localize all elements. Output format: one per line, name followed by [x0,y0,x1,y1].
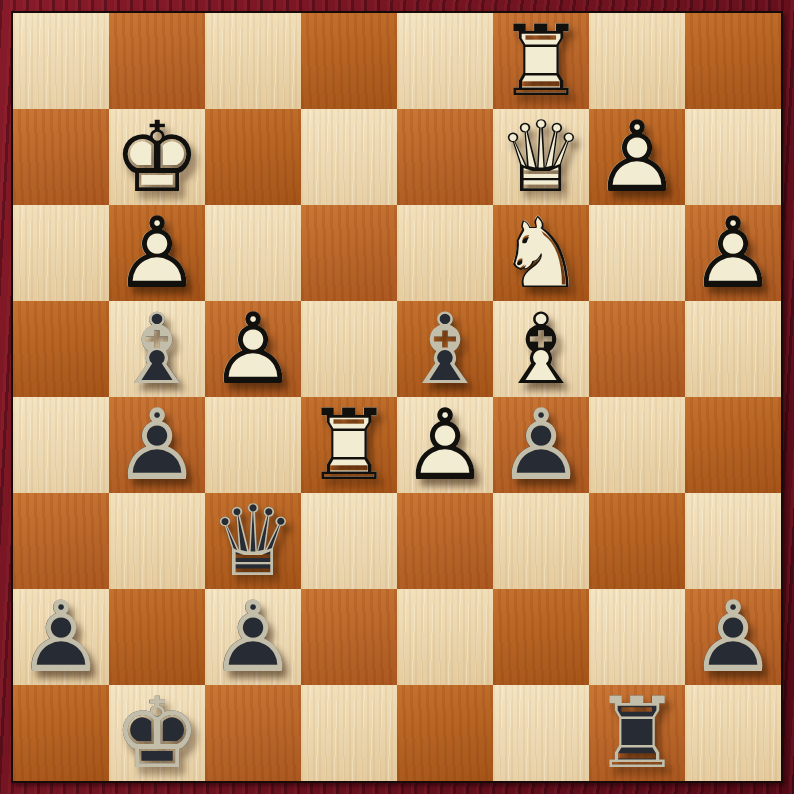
square-b4[interactable]: ♟♙ [109,397,205,493]
piece-white-rook-f8: ♜♖ [493,13,589,109]
board-frame: ♜♖♚♔♛♕♟♙♟♙♞♘♟♙♝♗♟♙♝♗♝♗♟♙♜♖♟♙♟♙♛♕♟♙♟♙♟♙♚♔… [0,0,794,794]
white-pawn-outline-glyph: ♙ [109,205,205,301]
piece-black-king-b1: ♚♔ [109,685,205,781]
square-f8[interactable]: ♜♖ [493,13,589,109]
square-h6[interactable]: ♟♙ [685,205,781,301]
chess-board: ♜♖♚♔♛♕♟♙♟♙♞♘♟♙♝♗♟♙♝♗♝♗♟♙♜♖♟♙♟♙♛♕♟♙♟♙♟♙♚♔… [11,11,783,783]
square-a8[interactable] [13,13,109,109]
square-b8[interactable] [109,13,205,109]
black-bishop-outline-glyph: ♗ [109,301,205,397]
square-a5[interactable] [13,301,109,397]
square-f3[interactable] [493,493,589,589]
square-f7[interactable]: ♛♕ [493,109,589,205]
square-h1[interactable] [685,685,781,781]
square-d6[interactable] [301,205,397,301]
square-b6[interactable]: ♟♙ [109,205,205,301]
square-d7[interactable] [301,109,397,205]
square-f6[interactable]: ♞♘ [493,205,589,301]
black-pawn-outline-glyph: ♙ [205,589,301,685]
piece-white-pawn-c5: ♟♙ [205,301,301,397]
square-c6[interactable] [205,205,301,301]
black-pawn-outline-glyph: ♙ [109,397,205,493]
piece-black-pawn-a2: ♟♙ [13,589,109,685]
square-c3[interactable]: ♛♕ [205,493,301,589]
square-f5[interactable]: ♝♗ [493,301,589,397]
square-g4[interactable] [589,397,685,493]
square-e6[interactable] [397,205,493,301]
piece-black-pawn-c2: ♟♙ [205,589,301,685]
square-b7[interactable]: ♚♔ [109,109,205,205]
square-h7[interactable] [685,109,781,205]
piece-white-queen-f7: ♛♕ [493,109,589,205]
piece-white-pawn-e4: ♟♙ [397,397,493,493]
white-pawn-outline-glyph: ♙ [589,109,685,205]
square-b1[interactable]: ♚♔ [109,685,205,781]
square-a4[interactable] [13,397,109,493]
square-a1[interactable] [13,685,109,781]
square-h3[interactable] [685,493,781,589]
piece-white-king-b7: ♚♔ [109,109,205,205]
white-king-outline-glyph: ♔ [109,109,205,205]
square-d3[interactable] [301,493,397,589]
square-b5[interactable]: ♝♗ [109,301,205,397]
black-pawn-outline-glyph: ♙ [13,589,109,685]
square-g1[interactable]: ♜♖ [589,685,685,781]
square-g6[interactable] [589,205,685,301]
square-e4[interactable]: ♟♙ [397,397,493,493]
piece-white-rook-d4: ♜♖ [301,397,397,493]
square-a6[interactable] [13,205,109,301]
square-e1[interactable] [397,685,493,781]
square-d2[interactable] [301,589,397,685]
piece-black-pawn-b4: ♟♙ [109,397,205,493]
piece-white-pawn-h6: ♟♙ [685,205,781,301]
square-f1[interactable] [493,685,589,781]
piece-white-pawn-g7: ♟♙ [589,109,685,205]
piece-white-pawn-b6: ♟♙ [109,205,205,301]
piece-black-pawn-f4: ♟♙ [493,397,589,493]
white-pawn-outline-glyph: ♙ [205,301,301,397]
square-e7[interactable] [397,109,493,205]
piece-black-bishop-b5: ♝♗ [109,301,205,397]
square-d8[interactable] [301,13,397,109]
square-f2[interactable] [493,589,589,685]
piece-black-bishop-e5: ♝♗ [397,301,493,397]
square-e5[interactable]: ♝♗ [397,301,493,397]
square-a2[interactable]: ♟♙ [13,589,109,685]
black-pawn-outline-glyph: ♙ [685,589,781,685]
square-h2[interactable]: ♟♙ [685,589,781,685]
white-pawn-outline-glyph: ♙ [685,205,781,301]
piece-white-bishop-f5: ♝♗ [493,301,589,397]
square-e2[interactable] [397,589,493,685]
white-pawn-outline-glyph: ♙ [397,397,493,493]
square-d1[interactable] [301,685,397,781]
black-pawn-outline-glyph: ♙ [493,397,589,493]
square-g5[interactable] [589,301,685,397]
square-c5[interactable]: ♟♙ [205,301,301,397]
white-knight-outline-glyph: ♘ [493,205,589,301]
square-e3[interactable] [397,493,493,589]
white-rook-outline-glyph: ♖ [493,13,589,109]
square-a7[interactable] [13,109,109,205]
square-g2[interactable] [589,589,685,685]
square-c8[interactable] [205,13,301,109]
square-d4[interactable]: ♜♖ [301,397,397,493]
white-bishop-outline-glyph: ♗ [493,301,589,397]
black-king-outline-glyph: ♔ [109,685,205,781]
square-g8[interactable] [589,13,685,109]
square-g7[interactable]: ♟♙ [589,109,685,205]
piece-black-rook-g1: ♜♖ [589,685,685,781]
white-queen-outline-glyph: ♕ [493,109,589,205]
piece-white-knight-f6: ♞♘ [493,205,589,301]
square-a3[interactable] [13,493,109,589]
square-c7[interactable] [205,109,301,205]
square-e8[interactable] [397,13,493,109]
square-b3[interactable] [109,493,205,589]
square-h5[interactable] [685,301,781,397]
piece-black-pawn-h2: ♟♙ [685,589,781,685]
square-c4[interactable] [205,397,301,493]
square-b2[interactable] [109,589,205,685]
black-queen-outline-glyph: ♕ [205,493,301,589]
piece-black-queen-c3: ♛♕ [205,493,301,589]
white-rook-outline-glyph: ♖ [301,397,397,493]
square-h8[interactable] [685,13,781,109]
square-h4[interactable] [685,397,781,493]
square-f4[interactable]: ♟♙ [493,397,589,493]
square-g3[interactable] [589,493,685,589]
black-rook-outline-glyph: ♖ [589,685,685,781]
square-c1[interactable] [205,685,301,781]
square-d5[interactable] [301,301,397,397]
black-bishop-outline-glyph: ♗ [397,301,493,397]
square-c2[interactable]: ♟♙ [205,589,301,685]
